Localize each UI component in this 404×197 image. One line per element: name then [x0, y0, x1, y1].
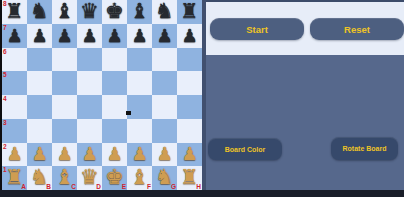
square-h5[interactable]: [177, 71, 202, 95]
square-g8[interactable]: ♞: [152, 0, 177, 24]
square-h3[interactable]: [177, 119, 202, 143]
piece-black-bishop[interactable]: ♝: [130, 0, 149, 23]
piece-black-pawn[interactable]: ♟: [31, 24, 47, 47]
square-b4[interactable]: [27, 95, 52, 119]
board-color-button[interactable]: Board Color: [208, 138, 282, 160]
square-e8[interactable]: ♚: [102, 0, 127, 24]
square-h1[interactable]: H♜: [177, 166, 202, 190]
square-d8[interactable]: ♛: [77, 0, 102, 24]
square-e5[interactable]: [102, 71, 127, 95]
square-c4[interactable]: [52, 95, 77, 119]
chess-board: 8♜♞♝♛♚♝♞♜7♟♟♟♟♟♟♟♟65432♟♟♟♟♟♟♟♟1A♜B♞C♝D♛…: [2, 0, 202, 190]
square-e4[interactable]: [102, 95, 127, 119]
reset-button[interactable]: Reset: [310, 18, 404, 40]
piece-black-rook[interactable]: ♜: [180, 0, 199, 23]
square-c6[interactable]: [52, 48, 77, 72]
square-h6[interactable]: [177, 48, 202, 72]
start-button[interactable]: Start: [210, 18, 304, 40]
mouse-cursor: [126, 111, 131, 115]
piece-black-pawn[interactable]: ♟: [6, 24, 22, 47]
piece-black-knight[interactable]: ♞: [155, 0, 174, 23]
control-panel: Start Reset Board Color Rotate Board: [206, 0, 404, 190]
square-e6[interactable]: [102, 48, 127, 72]
file-label-d: D: [96, 183, 101, 190]
square-d4[interactable]: [77, 95, 102, 119]
square-a7[interactable]: 7♟: [2, 24, 27, 48]
piece-black-pawn[interactable]: ♟: [56, 24, 72, 47]
square-b5[interactable]: [27, 71, 52, 95]
square-g2[interactable]: ♟: [152, 143, 177, 167]
square-f2[interactable]: ♟: [127, 143, 152, 167]
piece-black-bishop[interactable]: ♝: [55, 0, 74, 23]
square-c2[interactable]: ♟: [52, 143, 77, 167]
piece-black-king[interactable]: ♚: [105, 0, 124, 23]
square-d3[interactable]: [77, 119, 102, 143]
square-g3[interactable]: [152, 119, 177, 143]
square-b8[interactable]: ♞: [27, 0, 52, 24]
file-label-c: C: [71, 183, 76, 190]
rank-label-6: 6: [3, 48, 7, 55]
square-f8[interactable]: ♝: [127, 0, 152, 24]
piece-black-pawn[interactable]: ♟: [81, 24, 97, 47]
square-a8[interactable]: 8♜: [2, 0, 27, 24]
panel-top-section: Start Reset: [206, 0, 404, 55]
piece-black-knight[interactable]: ♞: [30, 0, 49, 23]
square-h4[interactable]: [177, 95, 202, 119]
square-c8[interactable]: ♝: [52, 0, 77, 24]
square-f4[interactable]: [127, 95, 152, 119]
rank-label-2: 2: [3, 143, 7, 150]
square-a1[interactable]: 1A♜: [2, 166, 27, 190]
rank-label-7: 7: [3, 24, 7, 31]
piece-black-pawn[interactable]: ♟: [106, 24, 122, 47]
file-label-a: A: [21, 183, 26, 190]
rank-label-5: 5: [3, 71, 7, 78]
square-c5[interactable]: [52, 71, 77, 95]
square-e3[interactable]: [102, 119, 127, 143]
square-e2[interactable]: ♟: [102, 143, 127, 167]
file-label-f: F: [147, 183, 151, 190]
square-h8[interactable]: ♜: [177, 0, 202, 24]
square-a4[interactable]: 4: [2, 95, 27, 119]
piece-black-pawn[interactable]: ♟: [131, 24, 147, 47]
square-f5[interactable]: [127, 71, 152, 95]
piece-black-queen[interactable]: ♛: [80, 0, 99, 23]
square-f6[interactable]: [127, 48, 152, 72]
piece-black-pawn[interactable]: ♟: [156, 24, 172, 47]
square-g7[interactable]: ♟: [152, 24, 177, 48]
square-f7[interactable]: ♟: [127, 24, 152, 48]
square-h2[interactable]: ♟: [177, 143, 202, 167]
piece-white-pawn[interactable]: ♟: [156, 142, 172, 165]
square-c1[interactable]: C♝: [52, 166, 77, 190]
square-b1[interactable]: B♞: [27, 166, 52, 190]
square-d7[interactable]: ♟: [77, 24, 102, 48]
rank-label-4: 4: [3, 95, 7, 102]
panel-main-section: Board Color Rotate Board: [206, 55, 404, 190]
piece-white-pawn[interactable]: ♟: [56, 142, 72, 165]
square-d2[interactable]: ♟: [77, 143, 102, 167]
square-e1[interactable]: E♚: [102, 166, 127, 190]
file-label-g: G: [171, 183, 176, 190]
square-d1[interactable]: D♛: [77, 166, 102, 190]
piece-white-pawn[interactable]: ♟: [181, 142, 197, 165]
piece-white-pawn[interactable]: ♟: [131, 142, 147, 165]
square-a3[interactable]: 3: [2, 119, 27, 143]
square-e7[interactable]: ♟: [102, 24, 127, 48]
square-g5[interactable]: [152, 71, 177, 95]
square-d5[interactable]: [77, 71, 102, 95]
square-f1[interactable]: F♝: [127, 166, 152, 190]
square-g1[interactable]: G♞: [152, 166, 177, 190]
square-b6[interactable]: [27, 48, 52, 72]
square-g4[interactable]: [152, 95, 177, 119]
square-b7[interactable]: ♟: [27, 24, 52, 48]
rank-label-3: 3: [3, 119, 7, 126]
square-c3[interactable]: [52, 119, 77, 143]
piece-white-pawn[interactable]: ♟: [81, 142, 97, 165]
piece-white-pawn[interactable]: ♟: [31, 142, 47, 165]
file-label-e: E: [122, 183, 126, 190]
square-a2[interactable]: 2♟: [2, 143, 27, 167]
rank-label-1: 1: [3, 166, 7, 173]
square-b3[interactable]: [27, 119, 52, 143]
square-f3[interactable]: [127, 119, 152, 143]
piece-black-pawn[interactable]: ♟: [181, 24, 197, 47]
square-a6[interactable]: 6: [2, 48, 27, 72]
piece-white-pawn[interactable]: ♟: [106, 142, 122, 165]
square-d6[interactable]: [77, 48, 102, 72]
square-b2[interactable]: ♟: [27, 143, 52, 167]
piece-black-rook[interactable]: ♜: [5, 0, 24, 23]
rank-label-8: 8: [3, 0, 7, 7]
square-a5[interactable]: 5: [2, 71, 27, 95]
square-h7[interactable]: ♟: [177, 24, 202, 48]
file-label-h: H: [196, 183, 201, 190]
square-g6[interactable]: [152, 48, 177, 72]
square-c7[interactable]: ♟: [52, 24, 77, 48]
bottom-bar: [0, 190, 404, 197]
rotate-board-button[interactable]: Rotate Board: [331, 137, 398, 160]
piece-white-pawn[interactable]: ♟: [6, 142, 22, 165]
file-label-b: B: [46, 183, 51, 190]
